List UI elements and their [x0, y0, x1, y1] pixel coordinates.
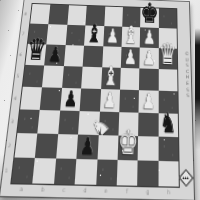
- rank-label-7: 7: [21, 23, 26, 43]
- square-g2: [138, 136, 158, 161]
- file-label-a: a: [10, 186, 32, 193]
- square-g6: ♟: [140, 48, 159, 70]
- square-d5: [81, 67, 101, 89]
- file-label-h: h: [158, 189, 179, 196]
- square-a3: [17, 109, 40, 133]
- black-knight: ♞: [160, 110, 177, 137]
- film-grain-background: [0, 0, 1, 1]
- board-corner-logo: ▴▴▴: [179, 169, 193, 186]
- square-e7: ♟: [103, 26, 122, 47]
- square-f5: [120, 68, 140, 90]
- square-g1: [137, 160, 158, 186]
- square-a6: ♛: [25, 44, 46, 66]
- square-a4: [20, 87, 42, 110]
- square-c8: [67, 5, 87, 25]
- board-grid: ♚♝♟♝♟♛♟♟♟♛♝♟♟♟♞♞♟♚: [12, 4, 179, 187]
- white-queen: ♛: [158, 40, 177, 70]
- black-pawn: ♟: [80, 136, 96, 160]
- rank-label-5: 5: [15, 65, 21, 87]
- square-f4: [119, 90, 139, 113]
- square-c2: [56, 134, 78, 159]
- square-e3: ♞: [98, 112, 119, 136]
- square-c7: [65, 25, 85, 46]
- white-pawn: ♟: [124, 48, 138, 69]
- square-b6: ♟: [45, 44, 66, 66]
- square-b1: [33, 158, 56, 184]
- white-king: ♚: [117, 126, 138, 161]
- square-c3: [58, 111, 80, 135]
- black-pawn: ♟: [47, 45, 62, 66]
- square-b4: [40, 87, 62, 110]
- square-b5: [42, 65, 63, 87]
- square-h2: [158, 137, 178, 162]
- square-g4: ♟: [139, 90, 159, 113]
- square-d7: ♝: [84, 25, 104, 46]
- file-label-c: c: [53, 187, 75, 194]
- square-f2: ♚: [117, 136, 138, 161]
- black-bishop: ♝: [85, 21, 103, 46]
- square-d1: [75, 159, 97, 185]
- square-a1: [12, 158, 36, 184]
- square-a8: [30, 4, 50, 24]
- chessboard-photo: ♚♝♟♝♟♛♟♟♟♛♝♟♟♟♞♞♟♚ abcdefgh 87654321 ©US…: [0, 0, 200, 200]
- white-pawn: ♟: [142, 48, 155, 69]
- square-d2: ♟: [76, 135, 98, 160]
- chess-board: ♚♝♟♝♟♛♟♟♟♛♝♟♟♟♞♞♟♚ abcdefgh 87654321 ©US…: [0, 0, 194, 200]
- white-bishop: ♝: [123, 22, 140, 47]
- white-pawn: ♟: [102, 90, 116, 112]
- board-brand-text: ©USCHESS: [180, 51, 191, 114]
- rank-label-6: 6: [18, 44, 23, 65]
- square-c4: ♟: [60, 88, 81, 111]
- square-c1: [54, 158, 77, 184]
- rank-label-1: 1: [3, 157, 9, 183]
- black-king: ♚: [140, 0, 159, 28]
- square-a5: [23, 65, 45, 87]
- white-pawn: ♟: [106, 27, 120, 47]
- square-e4: ♟: [99, 89, 119, 112]
- square-h6: ♛: [158, 48, 177, 69]
- square-b2: [35, 134, 58, 159]
- rank-label-4: 4: [12, 87, 18, 110]
- square-f1: [117, 160, 138, 186]
- black-pawn: ♟: [63, 89, 78, 111]
- rank-label-3: 3: [9, 109, 15, 133]
- rank-label-2: 2: [6, 133, 12, 158]
- rank-label-8: 8: [23, 4, 28, 24]
- square-d6: [83, 46, 103, 68]
- white-bishop: ♝: [102, 63, 120, 90]
- square-e1: [96, 159, 118, 185]
- file-label-f: f: [116, 188, 137, 195]
- square-a2: [14, 133, 37, 158]
- photo-edge-shadow: [195, 28, 200, 150]
- file-label-d: d: [74, 187, 95, 194]
- square-e2: [97, 135, 118, 160]
- square-h5: [158, 69, 177, 91]
- square-b3: [38, 110, 60, 134]
- square-g3: [138, 113, 158, 137]
- square-f6: ♟: [121, 47, 140, 69]
- square-h3: ♞: [158, 113, 178, 137]
- square-h8: [159, 8, 177, 28]
- file-label-b: b: [32, 186, 54, 193]
- logo-marks: ▴▴▴: [179, 173, 193, 180]
- square-b8: [49, 5, 69, 25]
- white-pawn: ♟: [142, 91, 156, 113]
- file-labels: abcdefgh: [10, 186, 178, 196]
- square-h1: [158, 161, 179, 187]
- file-label-e: e: [95, 187, 116, 194]
- square-d4: [80, 88, 101, 111]
- square-c6: [64, 45, 84, 67]
- file-label-g: g: [137, 188, 158, 195]
